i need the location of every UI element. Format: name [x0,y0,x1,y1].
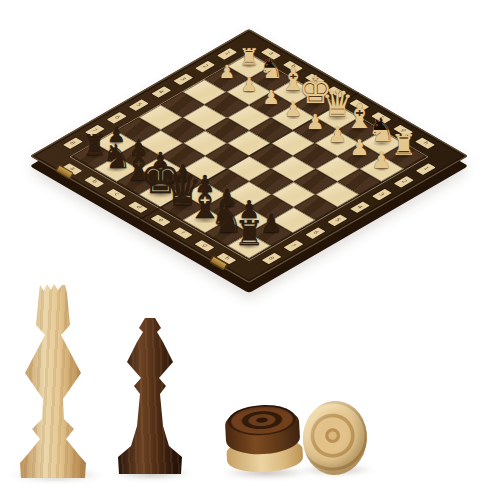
coord-label-rank: 6 [305,227,325,238]
coord-label-rank: 1 [416,163,436,174]
coord-label-rank: 8 [62,137,82,148]
coord-label-file: f [173,227,193,238]
coord-label-file: f [372,112,392,123]
coord-label-rank: 7 [283,240,303,251]
coord-label-file: a [261,48,281,59]
coord-label-rank: 4 [350,201,370,212]
coord-label-rank: 5 [327,214,347,225]
coord-label-rank: 7 [85,125,105,136]
white-king-detail [18,281,88,481]
black-queen-detail [115,316,185,478]
coord-label-rank: 8 [261,253,281,264]
coord-label-file: c [305,73,325,84]
coord-label-file: g [195,240,215,251]
coord-label-file: b [283,61,303,72]
coord-label-file: c [107,189,127,200]
board-surface: aa11bb22cc33dd44ee55ff66gg77hh88 [30,29,468,283]
coord-label-file: d [327,86,347,97]
product-photo: aa11bb22cc33dd44ee55ff66gg77hh88 ♜♞♞♝♚♛♝… [0,0,500,500]
checkers-stack [224,406,305,474]
coord-label-file: d [129,201,149,212]
coord-label-rank: 2 [394,176,414,187]
coord-label-rank: 4 [151,86,171,97]
coord-label-rank: 2 [195,61,215,72]
coord-label-file: h [416,137,436,148]
coord-label-rank: 5 [129,99,149,110]
coord-label-file: b [84,176,104,187]
coord-label-file: e [349,99,369,110]
coord-label-rank: 3 [372,189,392,200]
coord-label-file: g [394,125,414,136]
chess-board: aa11bb22cc33dd44ee55ff66gg77hh88 [94,1,404,311]
coord-label-rank: 6 [107,112,127,123]
coord-label-rank: 3 [173,73,193,84]
coord-label-rank: 1 [217,48,237,59]
coord-label-file: e [151,214,171,225]
